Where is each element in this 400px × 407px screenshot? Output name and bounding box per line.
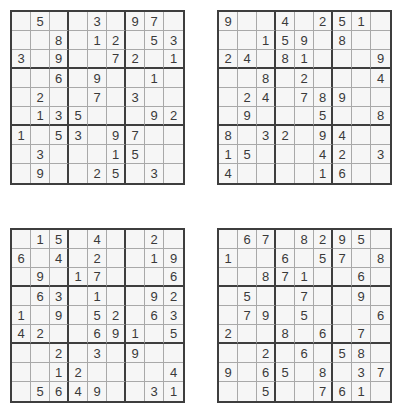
sudoku-cell-bottom-left-r5c1[interactable]: 1 xyxy=(12,306,31,325)
sudoku-cell-bottom-right-r5c4[interactable] xyxy=(276,306,295,325)
sudoku-cell-top-right-r3c4[interactable]: 8 xyxy=(276,50,295,69)
sudoku-cell-bottom-right-r5c1[interactable] xyxy=(219,306,238,325)
sudoku-cell-bottom-right-r5c7[interactable] xyxy=(333,306,352,325)
sudoku-cell-top-right-r2c2[interactable] xyxy=(238,31,257,50)
sudoku-cell-bottom-right-r9c1[interactable] xyxy=(219,382,238,401)
sudoku-cell-top-left-r5c8[interactable] xyxy=(145,88,164,107)
sudoku-cell-top-right-r7c2[interactable] xyxy=(238,126,257,145)
sudoku-cell-top-right-r3c1[interactable]: 2 xyxy=(219,50,238,69)
sudoku-cell-bottom-right-r1c4[interactable] xyxy=(276,230,295,249)
sudoku-cell-bottom-right-r6c2[interactable] xyxy=(238,325,257,344)
sudoku-cell-top-left-r5c9[interactable] xyxy=(164,88,183,107)
sudoku-cell-bottom-right-r6c4[interactable]: 8 xyxy=(276,325,295,344)
sudoku-cell-top-left-r4c8[interactable]: 1 xyxy=(145,69,164,88)
sudoku-cell-top-left-r6c8[interactable]: 9 xyxy=(145,107,164,126)
sudoku-cell-top-left-r2c5[interactable]: 1 xyxy=(88,31,107,50)
sudoku-cell-top-right-r7c8[interactable] xyxy=(352,126,371,145)
sudoku-cell-bottom-left-r9c7[interactable] xyxy=(126,382,145,401)
sudoku-cell-bottom-right-r2c7[interactable]: 7 xyxy=(333,249,352,268)
sudoku-cell-bottom-left-r5c3[interactable]: 9 xyxy=(50,306,69,325)
sudoku-cell-top-right-r5c7[interactable]: 9 xyxy=(333,88,352,107)
sudoku-cell-top-right-r3c3[interactable] xyxy=(257,50,276,69)
sudoku-cell-top-left-r7c1[interactable]: 1 xyxy=(12,126,31,145)
sudoku-cell-bottom-right-r8c4[interactable]: 5 xyxy=(276,363,295,382)
sudoku-cell-top-left-r9c6[interactable]: 5 xyxy=(107,164,126,183)
sudoku-cell-top-left-r7c4[interactable]: 3 xyxy=(69,126,88,145)
sudoku-cell-bottom-left-r5c2[interactable] xyxy=(31,306,50,325)
sudoku-cell-bottom-left-r6c4[interactable] xyxy=(69,325,88,344)
sudoku-cell-bottom-left-r8c7[interactable] xyxy=(126,363,145,382)
sudoku-cell-top-left-r1c5[interactable]: 3 xyxy=(88,12,107,31)
sudoku-cell-bottom-left-r4c1[interactable] xyxy=(12,287,31,306)
sudoku-cell-top-left-r6c7[interactable] xyxy=(126,107,145,126)
sudoku-cell-bottom-right-r7c6[interactable] xyxy=(314,344,333,363)
sudoku-cell-top-right-r1c5[interactable] xyxy=(295,12,314,31)
sudoku-cell-top-left-r4c7[interactable] xyxy=(126,69,145,88)
sudoku-cell-bottom-right-r1c5[interactable]: 8 xyxy=(295,230,314,249)
sudoku-cell-top-left-r4c5[interactable]: 9 xyxy=(88,69,107,88)
sudoku-cell-top-right-r8c4[interactable] xyxy=(276,145,295,164)
sudoku-cell-top-right-r7c4[interactable]: 2 xyxy=(276,126,295,145)
sudoku-cell-bottom-right-r9c5[interactable] xyxy=(295,382,314,401)
sudoku-cell-top-right-r7c7[interactable]: 4 xyxy=(333,126,352,145)
sudoku-cell-top-right-r8c6[interactable]: 4 xyxy=(314,145,333,164)
sudoku-cell-top-right-r5c6[interactable]: 8 xyxy=(314,88,333,107)
sudoku-cell-bottom-right-r4c2[interactable]: 5 xyxy=(238,287,257,306)
sudoku-cell-top-right-r3c8[interactable] xyxy=(352,50,371,69)
sudoku-cell-bottom-left-r6c2[interactable]: 2 xyxy=(31,325,50,344)
sudoku-cell-bottom-right-r1c2[interactable]: 6 xyxy=(238,230,257,249)
sudoku-cell-bottom-left-r2c9[interactable]: 9 xyxy=(164,249,183,268)
sudoku-cell-top-left-r9c4[interactable] xyxy=(69,164,88,183)
sudoku-cell-top-right-r7c6[interactable]: 9 xyxy=(314,126,333,145)
sudoku-cell-bottom-left-r3c4[interactable]: 1 xyxy=(69,268,88,287)
sudoku-cell-top-left-r4c6[interactable] xyxy=(107,69,126,88)
sudoku-cell-top-right-r9c4[interactable] xyxy=(276,164,295,183)
sudoku-cell-bottom-left-r6c1[interactable]: 4 xyxy=(12,325,31,344)
sudoku-cell-bottom-left-r9c8[interactable]: 3 xyxy=(145,382,164,401)
sudoku-cell-bottom-left-r1c8[interactable]: 2 xyxy=(145,230,164,249)
sudoku-cell-bottom-right-r1c8[interactable]: 5 xyxy=(352,230,371,249)
sudoku-cell-top-right-r4c2[interactable] xyxy=(238,69,257,88)
sudoku-cell-top-right-r2c3[interactable]: 1 xyxy=(257,31,276,50)
sudoku-cell-bottom-left-r5c8[interactable]: 6 xyxy=(145,306,164,325)
sudoku-cell-top-right-r1c8[interactable]: 1 xyxy=(352,12,371,31)
sudoku-cell-bottom-left-r7c9[interactable] xyxy=(164,344,183,363)
sudoku-cell-bottom-left-r6c6[interactable]: 9 xyxy=(107,325,126,344)
sudoku-cell-bottom-left-r9c9[interactable]: 1 xyxy=(164,382,183,401)
sudoku-cell-top-left-r1c4[interactable] xyxy=(69,12,88,31)
sudoku-cell-bottom-right-r9c4[interactable] xyxy=(276,382,295,401)
sudoku-cell-bottom-right-r4c9[interactable] xyxy=(371,287,390,306)
sudoku-cell-top-right-r5c4[interactable] xyxy=(276,88,295,107)
sudoku-cell-bottom-left-r3c2[interactable]: 9 xyxy=(31,268,50,287)
sudoku-cell-top-right-r7c3[interactable]: 3 xyxy=(257,126,276,145)
sudoku-cell-top-left-r8c1[interactable] xyxy=(12,145,31,164)
sudoku-cell-bottom-right-r1c6[interactable]: 2 xyxy=(314,230,333,249)
sudoku-cell-top-left-r1c3[interactable] xyxy=(50,12,69,31)
sudoku-cell-bottom-right-r3c7[interactable] xyxy=(333,268,352,287)
sudoku-cell-bottom-right-r4c1[interactable] xyxy=(219,287,238,306)
sudoku-cell-bottom-right-r2c9[interactable]: 8 xyxy=(371,249,390,268)
sudoku-cell-top-left-r3c9[interactable]: 1 xyxy=(164,50,183,69)
sudoku-cell-bottom-left-r7c1[interactable] xyxy=(12,344,31,363)
sudoku-cell-bottom-left-r3c7[interactable] xyxy=(126,268,145,287)
sudoku-cell-top-left-r7c9[interactable] xyxy=(164,126,183,145)
sudoku-cell-bottom-left-r5c5[interactable]: 5 xyxy=(88,306,107,325)
sudoku-cell-top-left-r5c4[interactable] xyxy=(69,88,88,107)
sudoku-cell-top-right-r6c9[interactable]: 8 xyxy=(371,107,390,126)
sudoku-cell-top-right-r6c8[interactable] xyxy=(352,107,371,126)
sudoku-cell-bottom-left-r5c6[interactable]: 2 xyxy=(107,306,126,325)
sudoku-cell-bottom-right-r7c4[interactable] xyxy=(276,344,295,363)
sudoku-cell-top-right-r3c6[interactable] xyxy=(314,50,333,69)
sudoku-cell-bottom-left-r9c1[interactable] xyxy=(12,382,31,401)
sudoku-cell-bottom-right-r6c1[interactable]: 2 xyxy=(219,325,238,344)
sudoku-cell-top-right-r4c1[interactable] xyxy=(219,69,238,88)
sudoku-cell-top-right-r2c4[interactable]: 5 xyxy=(276,31,295,50)
sudoku-cell-top-right-r4c8[interactable] xyxy=(352,69,371,88)
sudoku-cell-top-right-r4c3[interactable]: 8 xyxy=(257,69,276,88)
sudoku-cell-bottom-left-r2c4[interactable] xyxy=(69,249,88,268)
sudoku-cell-top-right-r9c5[interactable] xyxy=(295,164,314,183)
sudoku-cell-bottom-right-r4c6[interactable] xyxy=(314,287,333,306)
sudoku-cell-top-right-r5c5[interactable]: 7 xyxy=(295,88,314,107)
sudoku-cell-bottom-left-r8c5[interactable] xyxy=(88,363,107,382)
sudoku-cell-bottom-left-r4c3[interactable]: 3 xyxy=(50,287,69,306)
sudoku-cell-bottom-left-r2c7[interactable] xyxy=(126,249,145,268)
sudoku-cell-bottom-right-r2c6[interactable]: 5 xyxy=(314,249,333,268)
sudoku-cell-bottom-right-r7c1[interactable] xyxy=(219,344,238,363)
sudoku-cell-bottom-left-r3c1[interactable] xyxy=(12,268,31,287)
sudoku-cell-top-right-r8c3[interactable] xyxy=(257,145,276,164)
sudoku-cell-bottom-right-r9c7[interactable]: 6 xyxy=(333,382,352,401)
sudoku-cell-bottom-left-r5c4[interactable] xyxy=(69,306,88,325)
sudoku-cell-bottom-right-r5c9[interactable]: 6 xyxy=(371,306,390,325)
sudoku-cell-bottom-right-r8c9[interactable]: 7 xyxy=(371,363,390,382)
sudoku-cell-bottom-left-r9c6[interactable] xyxy=(107,382,126,401)
sudoku-cell-bottom-right-r2c5[interactable] xyxy=(295,249,314,268)
sudoku-cell-bottom-left-r5c9[interactable]: 3 xyxy=(164,306,183,325)
sudoku-cell-bottom-right-r2c2[interactable] xyxy=(238,249,257,268)
sudoku-cell-bottom-left-r8c4[interactable]: 2 xyxy=(69,363,88,382)
sudoku-cell-top-right-r4c5[interactable]: 2 xyxy=(295,69,314,88)
sudoku-cell-top-right-r4c7[interactable] xyxy=(333,69,352,88)
sudoku-cell-top-right-r8c9[interactable]: 3 xyxy=(371,145,390,164)
sudoku-cell-bottom-left-r9c5[interactable]: 9 xyxy=(88,382,107,401)
sudoku-cell-bottom-right-r5c6[interactable] xyxy=(314,306,333,325)
sudoku-cell-top-left-r9c1[interactable] xyxy=(12,164,31,183)
sudoku-cell-top-right-r2c9[interactable] xyxy=(371,31,390,50)
sudoku-cell-top-left-r9c7[interactable] xyxy=(126,164,145,183)
sudoku-cell-top-left-r8c7[interactable]: 5 xyxy=(126,145,145,164)
sudoku-cell-bottom-right-r6c8[interactable]: 7 xyxy=(352,325,371,344)
sudoku-cell-bottom-right-r7c9[interactable] xyxy=(371,344,390,363)
sudoku-cell-top-left-r6c2[interactable]: 1 xyxy=(31,107,50,126)
sudoku-cell-top-right-r1c4[interactable]: 4 xyxy=(276,12,295,31)
sudoku-cell-top-right-r1c1[interactable]: 9 xyxy=(219,12,238,31)
sudoku-cell-bottom-right-r2c3[interactable] xyxy=(257,249,276,268)
sudoku-cell-bottom-left-r2c2[interactable] xyxy=(31,249,50,268)
sudoku-cell-bottom-left-r4c4[interactable] xyxy=(69,287,88,306)
sudoku-cell-bottom-right-r5c5[interactable]: 5 xyxy=(295,306,314,325)
sudoku-cell-top-right-r2c7[interactable]: 8 xyxy=(333,31,352,50)
sudoku-cell-bottom-right-r5c8[interactable] xyxy=(352,306,371,325)
sudoku-cell-bottom-left-r8c6[interactable] xyxy=(107,363,126,382)
sudoku-cell-bottom-right-r7c2[interactable] xyxy=(238,344,257,363)
sudoku-cell-bottom-right-r2c1[interactable]: 1 xyxy=(219,249,238,268)
sudoku-cell-bottom-left-r4c6[interactable] xyxy=(107,287,126,306)
sudoku-cell-top-left-r7c5[interactable] xyxy=(88,126,107,145)
sudoku-cell-bottom-left-r9c3[interactable]: 6 xyxy=(50,382,69,401)
sudoku-cell-top-right-r3c2[interactable]: 4 xyxy=(238,50,257,69)
sudoku-cell-bottom-right-r8c3[interactable]: 6 xyxy=(257,363,276,382)
sudoku-cell-bottom-left-r6c8[interactable] xyxy=(145,325,164,344)
sudoku-cell-bottom-right-r9c3[interactable]: 5 xyxy=(257,382,276,401)
sudoku-cell-top-left-r2c2[interactable] xyxy=(31,31,50,50)
sudoku-cell-top-left-r8c8[interactable] xyxy=(145,145,164,164)
sudoku-cell-top-right-r9c2[interactable] xyxy=(238,164,257,183)
sudoku-cell-top-right-r5c1[interactable] xyxy=(219,88,238,107)
sudoku-cell-top-right-r6c1[interactable] xyxy=(219,107,238,126)
sudoku-cell-bottom-right-r6c9[interactable] xyxy=(371,325,390,344)
sudoku-cell-top-right-r8c7[interactable]: 2 xyxy=(333,145,352,164)
sudoku-cell-top-left-r8c3[interactable] xyxy=(50,145,69,164)
sudoku-cell-top-right-r8c5[interactable] xyxy=(295,145,314,164)
sudoku-cell-bottom-right-r6c3[interactable] xyxy=(257,325,276,344)
sudoku-cell-bottom-right-r7c5[interactable]: 6 xyxy=(295,344,314,363)
sudoku-cell-top-left-r4c2[interactable] xyxy=(31,69,50,88)
sudoku-cell-top-left-r2c9[interactable]: 3 xyxy=(164,31,183,50)
sudoku-cell-top-left-r2c6[interactable]: 2 xyxy=(107,31,126,50)
sudoku-cell-bottom-left-r3c6[interactable] xyxy=(107,268,126,287)
sudoku-cell-top-right-r6c2[interactable]: 9 xyxy=(238,107,257,126)
sudoku-cell-top-left-r8c4[interactable] xyxy=(69,145,88,164)
sudoku-cell-top-right-r7c9[interactable] xyxy=(371,126,390,145)
sudoku-cell-bottom-right-r7c3[interactable]: 2 xyxy=(257,344,276,363)
sudoku-cell-bottom-left-r1c4[interactable] xyxy=(69,230,88,249)
sudoku-cell-bottom-left-r1c3[interactable]: 5 xyxy=(50,230,69,249)
sudoku-cell-top-right-r5c9[interactable] xyxy=(371,88,390,107)
sudoku-cell-bottom-left-r7c5[interactable]: 3 xyxy=(88,344,107,363)
sudoku-cell-bottom-right-r8c7[interactable] xyxy=(333,363,352,382)
sudoku-cell-top-left-r5c1[interactable] xyxy=(12,88,31,107)
sudoku-cell-bottom-left-r6c3[interactable] xyxy=(50,325,69,344)
sudoku-cell-top-right-r9c9[interactable] xyxy=(371,164,390,183)
sudoku-cell-top-right-r1c7[interactable]: 5 xyxy=(333,12,352,31)
sudoku-cell-bottom-right-r1c3[interactable]: 7 xyxy=(257,230,276,249)
sudoku-cell-top-right-r6c4[interactable] xyxy=(276,107,295,126)
sudoku-cell-top-left-r7c3[interactable]: 5 xyxy=(50,126,69,145)
sudoku-cell-top-left-r6c3[interactable]: 3 xyxy=(50,107,69,126)
sudoku-cell-top-left-r3c1[interactable]: 3 xyxy=(12,50,31,69)
sudoku-cell-bottom-left-r3c9[interactable]: 6 xyxy=(164,268,183,287)
sudoku-cell-bottom-left-r8c9[interactable]: 4 xyxy=(164,363,183,382)
sudoku-cell-bottom-left-r7c2[interactable] xyxy=(31,344,50,363)
sudoku-cell-top-right-r6c3[interactable] xyxy=(257,107,276,126)
sudoku-cell-top-left-r9c8[interactable]: 3 xyxy=(145,164,164,183)
sudoku-cell-bottom-right-r4c8[interactable]: 9 xyxy=(352,287,371,306)
sudoku-cell-bottom-right-r1c7[interactable]: 9 xyxy=(333,230,352,249)
sudoku-cell-bottom-left-r6c5[interactable]: 6 xyxy=(88,325,107,344)
sudoku-cell-bottom-right-r4c4[interactable] xyxy=(276,287,295,306)
sudoku-cell-bottom-right-r3c5[interactable]: 1 xyxy=(295,268,314,287)
sudoku-cell-top-left-r1c8[interactable]: 7 xyxy=(145,12,164,31)
sudoku-cell-top-left-r3c3[interactable]: 9 xyxy=(50,50,69,69)
sudoku-cell-bottom-left-r6c7[interactable]: 1 xyxy=(126,325,145,344)
sudoku-cell-bottom-right-r5c2[interactable]: 7 xyxy=(238,306,257,325)
sudoku-cell-bottom-right-r2c4[interactable]: 6 xyxy=(276,249,295,268)
sudoku-cell-top-left-r3c8[interactable] xyxy=(145,50,164,69)
sudoku-cell-bottom-right-r8c8[interactable]: 3 xyxy=(352,363,371,382)
sudoku-cell-top-left-r3c5[interactable] xyxy=(88,50,107,69)
sudoku-cell-top-right-r4c4[interactable] xyxy=(276,69,295,88)
sudoku-cell-bottom-left-r1c9[interactable] xyxy=(164,230,183,249)
sudoku-cell-top-left-r6c4[interactable]: 5 xyxy=(69,107,88,126)
sudoku-cell-bottom-left-r1c1[interactable] xyxy=(12,230,31,249)
sudoku-cell-top-right-r7c1[interactable]: 8 xyxy=(219,126,238,145)
sudoku-cell-bottom-left-r8c1[interactable] xyxy=(12,363,31,382)
sudoku-cell-bottom-left-r7c4[interactable] xyxy=(69,344,88,363)
sudoku-cell-top-left-r5c3[interactable] xyxy=(50,88,69,107)
sudoku-cell-bottom-right-r3c8[interactable]: 6 xyxy=(352,268,371,287)
sudoku-cell-top-left-r2c4[interactable] xyxy=(69,31,88,50)
sudoku-cell-bottom-left-r2c1[interactable]: 6 xyxy=(12,249,31,268)
sudoku-cell-bottom-right-r6c5[interactable] xyxy=(295,325,314,344)
sudoku-cell-bottom-left-r7c7[interactable]: 9 xyxy=(126,344,145,363)
sudoku-cell-top-right-r1c3[interactable] xyxy=(257,12,276,31)
sudoku-cell-top-left-r1c2[interactable]: 5 xyxy=(31,12,50,31)
sudoku-cell-top-right-r1c9[interactable] xyxy=(371,12,390,31)
sudoku-cell-bottom-right-r4c7[interactable] xyxy=(333,287,352,306)
sudoku-cell-top-left-r3c4[interactable] xyxy=(69,50,88,69)
sudoku-cell-top-left-r3c7[interactable]: 2 xyxy=(126,50,145,69)
sudoku-cell-top-left-r9c2[interactable]: 9 xyxy=(31,164,50,183)
sudoku-cell-bottom-left-r8c2[interactable] xyxy=(31,363,50,382)
sudoku-cell-bottom-left-r2c3[interactable]: 4 xyxy=(50,249,69,268)
sudoku-cell-top-right-r5c8[interactable] xyxy=(352,88,371,107)
sudoku-cell-top-left-r3c6[interactable]: 7 xyxy=(107,50,126,69)
sudoku-cell-bottom-left-r8c3[interactable]: 1 xyxy=(50,363,69,382)
sudoku-cell-top-right-r2c5[interactable]: 9 xyxy=(295,31,314,50)
sudoku-cell-bottom-right-r3c6[interactable] xyxy=(314,268,333,287)
sudoku-cell-top-left-r6c6[interactable] xyxy=(107,107,126,126)
sudoku-cell-bottom-right-r3c2[interactable] xyxy=(238,268,257,287)
sudoku-cell-top-right-r6c6[interactable]: 5 xyxy=(314,107,333,126)
sudoku-cell-bottom-right-r8c2[interactable] xyxy=(238,363,257,382)
sudoku-cell-bottom-left-r8c8[interactable] xyxy=(145,363,164,382)
sudoku-cell-top-right-r6c7[interactable] xyxy=(333,107,352,126)
sudoku-cell-bottom-left-r4c5[interactable]: 1 xyxy=(88,287,107,306)
sudoku-cell-top-left-r5c5[interactable]: 7 xyxy=(88,88,107,107)
sudoku-cell-bottom-left-r2c5[interactable]: 2 xyxy=(88,249,107,268)
sudoku-cell-top-left-r6c5[interactable] xyxy=(88,107,107,126)
sudoku-cell-top-right-r5c3[interactable]: 4 xyxy=(257,88,276,107)
sudoku-cell-top-right-r1c2[interactable] xyxy=(238,12,257,31)
sudoku-cell-bottom-right-r8c5[interactable] xyxy=(295,363,314,382)
sudoku-cell-bottom-left-r4c2[interactable]: 6 xyxy=(31,287,50,306)
sudoku-cell-bottom-left-r7c3[interactable]: 2 xyxy=(50,344,69,363)
sudoku-cell-top-right-r7c5[interactable] xyxy=(295,126,314,145)
sudoku-cell-top-right-r4c9[interactable]: 4 xyxy=(371,69,390,88)
sudoku-cell-top-left-r4c9[interactable] xyxy=(164,69,183,88)
sudoku-cell-bottom-left-r1c7[interactable] xyxy=(126,230,145,249)
sudoku-cell-bottom-left-r6c9[interactable]: 5 xyxy=(164,325,183,344)
sudoku-cell-top-left-r2c1[interactable] xyxy=(12,31,31,50)
sudoku-cell-top-right-r9c3[interactable] xyxy=(257,164,276,183)
sudoku-cell-bottom-right-r4c3[interactable] xyxy=(257,287,276,306)
sudoku-cell-top-right-r9c7[interactable]: 6 xyxy=(333,164,352,183)
sudoku-cell-top-left-r9c5[interactable]: 2 xyxy=(88,164,107,183)
sudoku-cell-bottom-left-r1c2[interactable]: 1 xyxy=(31,230,50,249)
sudoku-cell-top-left-r1c6[interactable] xyxy=(107,12,126,31)
sudoku-cell-bottom-right-r3c1[interactable] xyxy=(219,268,238,287)
sudoku-cell-top-left-r6c9[interactable]: 2 xyxy=(164,107,183,126)
sudoku-cell-top-left-r7c7[interactable]: 7 xyxy=(126,126,145,145)
sudoku-cell-bottom-left-r3c3[interactable] xyxy=(50,268,69,287)
sudoku-cell-bottom-right-r7c7[interactable]: 5 xyxy=(333,344,352,363)
sudoku-cell-top-right-r2c8[interactable] xyxy=(352,31,371,50)
sudoku-cell-bottom-left-r4c9[interactable]: 2 xyxy=(164,287,183,306)
sudoku-cell-top-left-r2c8[interactable]: 5 xyxy=(145,31,164,50)
sudoku-cell-bottom-right-r9c8[interactable]: 1 xyxy=(352,382,371,401)
sudoku-cell-top-right-r8c8[interactable] xyxy=(352,145,371,164)
sudoku-cell-top-right-r8c2[interactable]: 5 xyxy=(238,145,257,164)
sudoku-cell-top-left-r9c3[interactable] xyxy=(50,164,69,183)
sudoku-cell-top-left-r8c5[interactable] xyxy=(88,145,107,164)
sudoku-cell-top-right-r9c1[interactable]: 4 xyxy=(219,164,238,183)
sudoku-cell-bottom-left-r2c6[interactable] xyxy=(107,249,126,268)
sudoku-cell-top-left-r3c2[interactable] xyxy=(31,50,50,69)
sudoku-cell-bottom-left-r1c6[interactable] xyxy=(107,230,126,249)
sudoku-cell-top-left-r6c1[interactable] xyxy=(12,107,31,126)
sudoku-cell-bottom-left-r9c2[interactable]: 5 xyxy=(31,382,50,401)
sudoku-cell-bottom-right-r3c4[interactable]: 7 xyxy=(276,268,295,287)
sudoku-cell-bottom-left-r5c7[interactable] xyxy=(126,306,145,325)
sudoku-cell-bottom-left-r9c4[interactable]: 4 xyxy=(69,382,88,401)
sudoku-cell-top-right-r6c5[interactable] xyxy=(295,107,314,126)
sudoku-cell-top-left-r7c2[interactable] xyxy=(31,126,50,145)
sudoku-cell-top-left-r7c6[interactable]: 9 xyxy=(107,126,126,145)
sudoku-cell-bottom-right-r2c8[interactable] xyxy=(352,249,371,268)
sudoku-cell-top-left-r4c3[interactable]: 6 xyxy=(50,69,69,88)
sudoku-cell-bottom-right-r5c3[interactable]: 9 xyxy=(257,306,276,325)
sudoku-cell-bottom-right-r3c3[interactable]: 8 xyxy=(257,268,276,287)
sudoku-cell-top-left-r4c1[interactable] xyxy=(12,69,31,88)
sudoku-cell-top-right-r4c6[interactable] xyxy=(314,69,333,88)
sudoku-cell-bottom-right-r9c9[interactable] xyxy=(371,382,390,401)
sudoku-cell-top-left-r7c8[interactable] xyxy=(145,126,164,145)
sudoku-cell-bottom-right-r1c1[interactable] xyxy=(219,230,238,249)
sudoku-cell-bottom-right-r8c1[interactable]: 9 xyxy=(219,363,238,382)
sudoku-cell-top-right-r8c1[interactable]: 1 xyxy=(219,145,238,164)
sudoku-cell-top-left-r8c2[interactable]: 3 xyxy=(31,145,50,164)
sudoku-cell-top-left-r8c9[interactable] xyxy=(164,145,183,164)
sudoku-cell-top-right-r2c1[interactable] xyxy=(219,31,238,50)
sudoku-cell-bottom-left-r3c8[interactable] xyxy=(145,268,164,287)
sudoku-cell-bottom-left-r3c5[interactable]: 7 xyxy=(88,268,107,287)
sudoku-cell-top-right-r3c7[interactable] xyxy=(333,50,352,69)
sudoku-cell-bottom-right-r9c6[interactable]: 7 xyxy=(314,382,333,401)
sudoku-cell-top-left-r1c7[interactable]: 9 xyxy=(126,12,145,31)
sudoku-cell-bottom-right-r6c6[interactable]: 6 xyxy=(314,325,333,344)
sudoku-cell-top-right-r9c8[interactable] xyxy=(352,164,371,183)
sudoku-cell-top-right-r3c5[interactable]: 1 xyxy=(295,50,314,69)
sudoku-cell-bottom-left-r4c8[interactable]: 9 xyxy=(145,287,164,306)
sudoku-cell-bottom-right-r9c2[interactable] xyxy=(238,382,257,401)
sudoku-cell-top-left-r1c9[interactable] xyxy=(164,12,183,31)
sudoku-cell-bottom-right-r6c7[interactable] xyxy=(333,325,352,344)
